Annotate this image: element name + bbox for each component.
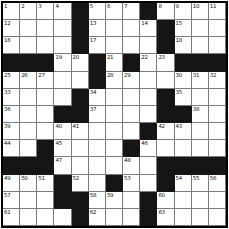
clue-number-29: 29 [124,72,130,79]
cell-3-9[interactable] [140,37,157,54]
cell-3-12[interactable] [192,37,209,54]
cell-6-1[interactable]: 33 [3,89,20,106]
cell-2-13[interactable] [209,20,226,37]
cell-9-13[interactable] [209,140,226,157]
cell-3-2[interactable] [20,37,37,54]
black-cell-7-5 [72,106,89,123]
cell-10-9[interactable] [140,157,157,174]
cell-8-12[interactable] [192,123,209,140]
cell-1-6[interactable]: 5 [89,3,106,20]
cell-10-7[interactable] [106,157,123,174]
cell-3-6[interactable]: 17 [89,37,106,54]
cell-7-1[interactable]: 36 [3,106,20,123]
clue-number-46: 46 [141,140,147,147]
cell-3-13[interactable] [209,37,226,54]
black-cell-13-9 [140,209,157,226]
black-cell-7-4 [54,106,71,123]
clue-number-63: 63 [158,209,164,216]
black-cell-4-8 [123,54,140,71]
black-cell-3-10 [157,37,174,54]
clue-number-32: 32 [210,72,216,79]
cell-3-7[interactable] [106,37,123,54]
cell-5-4[interactable] [54,72,71,89]
black-cell-10-10 [157,157,174,174]
cell-7-12[interactable]: 38 [192,106,209,123]
cell-8-8[interactable] [123,123,140,140]
cell-13-10[interactable]: 63 [157,209,174,226]
clue-number-40: 40 [55,123,61,130]
cell-2-12[interactable] [192,20,209,37]
clue-number-55: 55 [193,175,199,182]
black-cell-12-4 [54,192,71,209]
crossword-grid: 1234567891011121314151617181920212223252… [1,1,228,228]
clue-number-1: 1 [4,3,7,10]
clue-number-19: 19 [55,54,61,61]
clue-number-6: 6 [107,3,110,10]
cell-4-7[interactable]: 21 [106,54,123,71]
cell-3-3[interactable] [37,37,54,54]
cell-2-6[interactable]: 13 [89,20,106,37]
cell-2-8[interactable] [123,20,140,37]
black-cell-4-1 [3,54,20,71]
black-cell-4-3 [37,54,54,71]
cell-13-4[interactable] [54,209,71,226]
black-cell-13-5 [72,209,89,226]
cell-2-3[interactable] [37,20,54,37]
clue-number-4: 4 [55,3,58,10]
black-cell-7-11 [175,106,192,123]
cell-2-2[interactable] [20,20,37,37]
cell-9-2[interactable] [20,140,37,157]
cell-6-13[interactable] [209,89,226,106]
cell-8-6[interactable] [89,123,106,140]
clue-number-30: 30 [176,72,182,79]
black-cell-1-5 [72,3,89,20]
cell-5-13[interactable]: 32 [209,72,226,89]
clue-number-3: 3 [38,3,41,10]
cell-13-6[interactable]: 62 [89,209,106,226]
black-cell-4-2 [20,54,37,71]
cell-13-12[interactable] [192,209,209,226]
cell-2-4[interactable] [54,20,71,37]
cell-12-11[interactable] [175,192,192,209]
clue-number-42: 42 [158,123,164,130]
cell-9-10[interactable] [157,140,174,157]
cell-5-1[interactable]: 25 [3,72,20,89]
cell-11-11[interactable]: 54 [175,175,192,192]
black-cell-11-7 [106,175,123,192]
clue-number-25: 25 [4,72,10,79]
cell-7-9[interactable] [140,106,157,123]
cell-12-6[interactable]: 58 [89,192,106,209]
clue-number-59: 59 [107,192,113,199]
black-cell-10-1 [3,157,20,174]
clue-number-51: 51 [38,175,44,182]
clue-number-60: 60 [158,192,164,199]
cell-8-5[interactable]: 41 [72,123,89,140]
cell-2-1[interactable]: 12 [3,20,20,37]
cell-3-8[interactable] [123,37,140,54]
clue-number-58: 58 [90,192,96,199]
clue-number-23: 23 [158,54,164,61]
clue-number-11: 11 [210,3,216,10]
cell-4-5[interactable]: 20 [72,54,89,71]
cell-9-5[interactable] [72,140,89,157]
clue-number-49: 49 [4,175,10,182]
clue-number-2: 2 [21,3,24,10]
black-cell-4-13 [209,54,226,71]
cell-12-1[interactable]: 57 [3,192,20,209]
cell-10-6[interactable] [89,157,106,174]
cell-6-8[interactable] [123,89,140,106]
clue-number-22: 22 [141,54,147,61]
clue-number-43: 43 [176,123,182,130]
cell-6-4[interactable] [54,89,71,106]
cell-11-9[interactable] [140,175,157,192]
clue-number-50: 50 [21,175,27,182]
clue-number-31: 31 [193,72,199,79]
clue-number-52: 52 [73,175,79,182]
clue-number-37: 37 [90,106,96,113]
crossword-page: 1234567891011121314151617181920212223252… [0,0,229,229]
cell-3-11[interactable]: 18 [175,37,192,54]
cell-11-1[interactable]: 49 [3,175,20,192]
cell-5-2[interactable]: 26 [20,72,37,89]
cell-9-4[interactable]: 45 [54,140,71,157]
cell-7-6[interactable]: 37 [89,106,106,123]
clue-number-16: 16 [4,37,10,44]
black-cell-10-11 [175,157,192,174]
black-cell-10-12 [192,157,209,174]
cell-1-1[interactable]: 1 [3,3,20,20]
cell-6-2[interactable] [20,89,37,106]
cell-5-5[interactable] [72,72,89,89]
cell-5-10[interactable] [157,72,174,89]
cell-2-9[interactable]: 14 [140,20,157,37]
cell-7-7[interactable] [106,106,123,123]
clue-number-36: 36 [4,106,10,113]
black-cell-7-10 [157,106,174,123]
cell-7-3[interactable] [37,106,54,123]
cell-8-10[interactable]: 42 [157,123,174,140]
clue-number-45: 45 [55,140,61,147]
cell-13-11[interactable] [175,209,192,226]
cell-11-3[interactable]: 51 [37,175,54,192]
clue-number-34: 34 [90,89,96,96]
cell-1-8[interactable]: 7 [123,3,140,20]
clue-number-26: 26 [21,72,27,79]
cell-13-13[interactable] [209,209,226,226]
cell-6-7[interactable] [106,89,123,106]
clue-number-8: 8 [158,3,161,10]
cell-9-7[interactable] [106,140,123,157]
clue-number-13: 13 [90,20,96,27]
clue-number-53: 53 [124,175,130,182]
clue-number-54: 54 [176,175,182,182]
cell-7-2[interactable] [20,106,37,123]
black-cell-11-4 [54,175,71,192]
cell-1-7[interactable]: 6 [106,3,123,20]
clue-number-9: 9 [176,3,179,10]
black-cell-4-6 [89,54,106,71]
clue-number-7: 7 [124,3,127,10]
clue-number-48: 48 [124,157,130,164]
cell-8-3[interactable] [37,123,54,140]
black-cell-4-11 [175,54,192,71]
clue-number-44: 44 [4,140,10,147]
cell-5-8[interactable]: 29 [123,72,140,89]
clue-number-56: 56 [210,175,216,182]
black-cell-3-5 [72,37,89,54]
clue-number-20: 20 [73,54,79,61]
black-cell-2-10 [157,20,174,37]
cell-11-2[interactable]: 50 [20,175,37,192]
clue-number-61: 61 [4,209,10,216]
cell-10-4[interactable]: 47 [54,157,71,174]
clue-number-28: 28 [107,72,113,79]
cell-9-9[interactable]: 46 [140,140,157,157]
cell-13-2[interactable] [20,209,37,226]
cell-5-12[interactable]: 31 [192,72,209,89]
black-cell-6-10 [157,89,174,106]
cell-9-6[interactable] [89,140,106,157]
cell-13-1[interactable]: 61 [3,209,20,226]
cell-11-5[interactable]: 52 [72,175,89,192]
cell-8-2[interactable] [20,123,37,140]
cell-12-7[interactable]: 59 [106,192,123,209]
clue-number-10: 10 [193,3,199,10]
cell-11-6[interactable] [89,175,106,192]
clue-number-21: 21 [107,54,113,61]
black-cell-9-8 [123,140,140,157]
cell-9-11[interactable] [175,140,192,157]
cell-8-7[interactable] [106,123,123,140]
clue-number-57: 57 [4,192,10,199]
clue-number-47: 47 [55,157,61,164]
clue-number-12: 12 [4,20,10,27]
cell-5-11[interactable]: 30 [175,72,192,89]
cell-11-8[interactable]: 53 [123,175,140,192]
cell-10-8[interactable]: 48 [123,157,140,174]
cell-5-9[interactable] [140,72,157,89]
cell-10-5[interactable] [72,157,89,174]
cell-8-11[interactable]: 43 [175,123,192,140]
clue-number-39: 39 [4,123,10,130]
clue-number-5: 5 [90,3,93,10]
black-cell-12-9 [140,192,157,209]
cell-8-13[interactable] [209,123,226,140]
clue-number-41: 41 [73,123,79,130]
cell-2-7[interactable] [106,20,123,37]
clue-number-15: 15 [176,20,182,27]
cell-1-2[interactable]: 2 [20,3,37,20]
black-cell-4-12 [192,54,209,71]
clue-number-27: 27 [38,72,44,79]
cell-4-10[interactable]: 23 [157,54,174,71]
cell-6-6[interactable]: 34 [89,89,106,106]
cell-12-3[interactable] [37,192,54,209]
cell-13-8[interactable] [123,209,140,226]
cell-1-4[interactable]: 4 [54,3,71,20]
cell-12-8[interactable] [123,192,140,209]
cell-9-12[interactable] [192,140,209,157]
black-cell-10-3 [37,157,54,174]
cell-2-11[interactable]: 15 [175,20,192,37]
cell-6-11[interactable]: 35 [175,89,192,106]
cell-12-2[interactable] [20,192,37,209]
cell-6-9[interactable] [140,89,157,106]
black-cell-10-2 [20,157,37,174]
cell-5-3[interactable]: 27 [37,72,54,89]
cell-4-4[interactable]: 19 [54,54,71,71]
cell-8-1[interactable]: 39 [3,123,20,140]
cell-13-7[interactable] [106,209,123,226]
cell-11-12[interactable]: 55 [192,175,209,192]
cell-1-10[interactable]: 8 [157,3,174,20]
cell-1-3[interactable]: 3 [37,3,54,20]
cell-11-13[interactable]: 56 [209,175,226,192]
black-cell-9-3 [37,140,54,157]
cell-3-1[interactable]: 16 [3,37,20,54]
black-cell-10-13 [209,157,226,174]
cell-9-1[interactable]: 44 [3,140,20,157]
cell-12-12[interactable] [192,192,209,209]
cell-7-8[interactable] [123,106,140,123]
black-cell-6-5 [72,89,89,106]
cell-7-13[interactable] [209,106,226,123]
black-cell-2-5 [72,20,89,37]
clue-number-62: 62 [90,209,96,216]
cell-1-12[interactable]: 10 [192,3,209,20]
black-cell-11-10 [157,175,174,192]
cell-8-4[interactable]: 40 [54,123,71,140]
cell-1-11[interactable]: 9 [175,3,192,20]
clue-number-14: 14 [141,20,147,27]
clue-number-17: 17 [90,37,96,44]
black-cell-12-5 [72,192,89,209]
cell-6-12[interactable] [192,89,209,106]
cell-12-10[interactable]: 60 [157,192,174,209]
clue-number-33: 33 [4,89,10,96]
black-cell-8-9 [140,123,157,140]
clue-number-35: 35 [176,89,182,96]
clue-number-38: 38 [193,106,199,113]
cell-4-9[interactable]: 22 [140,54,157,71]
cell-6-3[interactable] [37,89,54,106]
cell-5-7[interactable]: 28 [106,72,123,89]
black-cell-5-6 [89,72,106,89]
clue-number-18: 18 [176,37,182,44]
black-cell-1-9 [140,3,157,20]
cell-3-4[interactable] [54,37,71,54]
cell-1-13[interactable]: 11 [209,3,226,20]
cell-12-13[interactable] [209,192,226,209]
cell-13-3[interactable] [37,209,54,226]
